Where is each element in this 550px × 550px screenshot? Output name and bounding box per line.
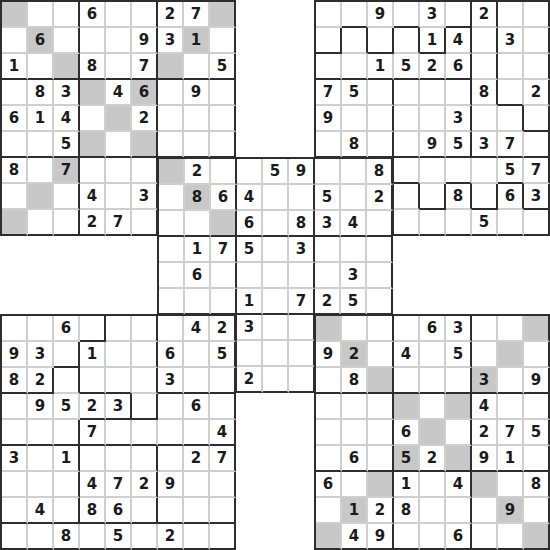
cell-top-right-r4c5-given-3[interactable]: 3 [446,106,472,132]
cell-center-r5c3-given-1[interactable]: 1 [237,289,263,315]
cell-bottom-left-r5c6-empty[interactable] [158,446,184,472]
cell-top-right-r1c7-given-3[interactable]: 3 [498,28,524,54]
cell-top-left-r2c6-empty[interactable] [158,54,184,80]
cell-bottom-left-r8c5-empty[interactable] [132,524,158,550]
cell-bottom-left-r2c8-empty[interactable] [210,368,236,394]
cell-bottom-left-r1c8-given-5[interactable]: 5 [210,342,236,368]
cell-bottom-right-r8c2-given-9[interactable]: 9 [368,524,394,550]
cell-bottom-right-r6c8-given-8[interactable]: 8 [524,472,550,498]
cell-top-right-r3c4-empty[interactable] [420,80,446,106]
cell-top-left-r4c3-empty[interactable] [80,106,106,132]
cell-center-r6c5-empty[interactable] [289,315,315,341]
cell-top-left-r4c1-given-1[interactable]: 1 [28,106,54,132]
cell-bottom-left-r5c7-given-2[interactable]: 2 [184,446,210,472]
cell-bottom-right-r2c8-given-9[interactable]: 9 [524,368,550,394]
cell-center-r8c3-given-2[interactable]: 2 [237,367,263,393]
cell-bottom-left-r2c0-given-8[interactable]: 8 [2,368,28,394]
cell-top-right-r2c0-empty[interactable] [316,54,342,80]
cell-bottom-right-r8c4-empty[interactable] [420,524,446,550]
cell-top-left-r6c4-empty[interactable] [106,158,132,184]
cell-bottom-right-r5c8-empty[interactable] [524,446,550,472]
cell-bottom-left-r4c2-empty[interactable] [54,420,80,446]
cell-bottom-left-r3c1-given-9[interactable]: 9 [28,394,54,420]
cell-top-right-r7c4-empty[interactable] [420,184,446,210]
cell-bottom-left-r4c6-empty[interactable] [158,420,184,446]
cell-top-right-r6c5-empty[interactable] [446,158,472,184]
cell-top-left-r8c3-given-2[interactable]: 2 [80,210,106,236]
cell-center-r1c6-given-5[interactable]: 5 [315,185,341,211]
cell-top-right-r5c1-given-8[interactable]: 8 [342,132,368,158]
cell-top-left-r6c3-empty[interactable] [80,158,106,184]
cell-top-right-r2c5-given-6[interactable]: 6 [446,54,472,80]
cell-center-r3c6-empty[interactable] [315,237,341,263]
cell-center-r0c2-empty[interactable] [211,159,237,185]
cell-bottom-left-r7c8-empty[interactable] [210,498,236,524]
cell-bottom-right-r4c4-empty[interactable] [420,420,446,446]
cell-top-left-r3c8-empty[interactable] [210,80,236,106]
cell-top-right-r4c4-empty[interactable] [420,106,446,132]
cell-top-right-r3c2-empty[interactable] [368,80,394,106]
cell-center-r2c0-empty[interactable] [159,211,185,237]
cell-bottom-right-r8c7-empty[interactable] [498,524,524,550]
cell-bottom-left-r8c1-empty[interactable] [28,524,54,550]
cell-top-left-r5c0-empty[interactable] [2,132,28,158]
cell-bottom-left-r2c4-empty[interactable] [106,368,132,394]
cell-center-r2c7-given-4[interactable]: 4 [341,211,367,237]
cell-bottom-right-r4c8-given-5[interactable]: 5 [524,420,550,446]
cell-center-r3c8-empty[interactable] [367,237,393,263]
cell-bottom-left-r1c7-empty[interactable] [184,342,210,368]
cell-bottom-left-r0c5-empty[interactable] [132,316,158,342]
cell-bottom-right-r6c0-given-6[interactable]: 6 [316,472,342,498]
cell-center-r1c1-given-8[interactable]: 8 [185,185,211,211]
cell-top-left-r7c0-empty[interactable] [2,184,28,210]
cell-center-r5c8-empty[interactable] [367,289,393,315]
cell-top-right-r5c0-empty[interactable] [316,132,342,158]
cell-top-right-r2c6-empty[interactable] [472,54,498,80]
cell-top-right-r2c8-empty[interactable] [524,54,550,80]
cell-bottom-left-r3c7-given-6[interactable]: 6 [184,394,210,420]
cell-top-left-r2c4-empty[interactable] [106,54,132,80]
cell-bottom-right-r2c4-empty[interactable] [420,368,446,394]
cell-center-r8c4-empty[interactable] [263,367,289,393]
cell-center-r3c5-given-3[interactable]: 3 [289,237,315,263]
cell-bottom-left-r0c6-empty[interactable] [158,316,184,342]
cell-center-r7c3-empty[interactable] [237,341,263,367]
cell-center-r4c4-empty[interactable] [263,263,289,289]
cell-bottom-right-r6c2-empty[interactable] [368,472,394,498]
cell-top-right-r1c1-empty[interactable] [342,28,368,54]
cell-top-left-r7c1-empty[interactable] [28,184,54,210]
cell-top-left-r6c2-given-7[interactable]: 7 [54,158,80,184]
cell-top-left-r7c4-empty[interactable] [106,184,132,210]
cell-top-right-r2c7-empty[interactable] [498,54,524,80]
cell-center-r5c2-empty[interactable] [211,289,237,315]
cell-top-right-r8c4-empty[interactable] [420,210,446,236]
cell-top-right-r6c3-empty[interactable] [394,158,420,184]
cell-center-r7c5-empty[interactable] [289,341,315,367]
cell-bottom-left-r8c2-given-8[interactable]: 8 [54,524,80,550]
cell-top-left-r1c2-empty[interactable] [54,28,80,54]
cell-center-r1c0-empty[interactable] [159,185,185,211]
cell-bottom-right-r4c1-empty[interactable] [342,420,368,446]
cell-bottom-right-r1c5-given-5[interactable]: 5 [446,342,472,368]
cell-top-left-r4c5-given-2[interactable]: 2 [132,106,158,132]
cell-center-r2c5-given-8[interactable]: 8 [289,211,315,237]
cell-bottom-left-r5c8-given-7[interactable]: 7 [210,446,236,472]
cell-center-r2c6-given-3[interactable]: 3 [315,211,341,237]
cell-top-right-r1c0-empty[interactable] [316,28,342,54]
cell-top-left-r0c4-empty[interactable] [106,2,132,28]
cell-bottom-right-r4c0-empty[interactable] [316,420,342,446]
cell-top-right-r0c4-given-3[interactable]: 3 [420,2,446,28]
cell-center-r5c0-empty[interactable] [159,289,185,315]
cell-bottom-left-r6c3-given-4[interactable]: 4 [80,472,106,498]
cell-top-left-r1c4-empty[interactable] [106,28,132,54]
cell-bottom-left-r3c3-given-2[interactable]: 2 [80,394,106,420]
cell-center-r5c5-given-7[interactable]: 7 [289,289,315,315]
cell-bottom-left-r7c3-given-8[interactable]: 8 [80,498,106,524]
cell-top-right-r4c3-empty[interactable] [394,106,420,132]
cell-top-right-r3c6-given-8[interactable]: 8 [472,80,498,106]
cell-bottom-right-r2c2-empty[interactable] [368,368,394,394]
cell-top-left-r3c0-empty[interactable] [2,80,28,106]
cell-top-right-r3c8-given-2[interactable]: 2 [524,80,550,106]
cell-bottom-left-r1c5-empty[interactable] [132,342,158,368]
cell-bottom-right-r8c5-given-6[interactable]: 6 [446,524,472,550]
cell-top-right-r4c2-empty[interactable] [368,106,394,132]
cell-bottom-right-r7c4-empty[interactable] [420,498,446,524]
cell-top-right-r0c3-empty[interactable] [394,2,420,28]
cell-bottom-right-r7c2-given-2[interactable]: 2 [368,498,394,524]
cell-bottom-right-r3c5-empty[interactable] [446,394,472,420]
cell-top-left-r5c4-empty[interactable] [106,132,132,158]
cell-top-left-r8c4-given-7[interactable]: 7 [106,210,132,236]
cell-bottom-right-r7c1-given-1[interactable]: 1 [342,498,368,524]
cell-center-r0c7-empty[interactable] [341,159,367,185]
cell-bottom-left-r0c4-empty[interactable] [106,316,132,342]
cell-top-right-r1c2-empty[interactable] [368,28,394,54]
cell-top-left-r0c6-given-2[interactable]: 2 [158,2,184,28]
cell-bottom-right-r5c5-empty[interactable] [446,446,472,472]
cell-bottom-left-r2c7-empty[interactable] [184,368,210,394]
cell-top-left-r4c8-empty[interactable] [210,106,236,132]
cell-top-left-r3c4-given-4[interactable]: 4 [106,80,132,106]
cell-bottom-right-r1c2-empty[interactable] [368,342,394,368]
cell-top-left-r5c1-empty[interactable] [28,132,54,158]
cell-bottom-left-r6c2-empty[interactable] [54,472,80,498]
cell-top-left-r2c2-empty[interactable] [54,54,80,80]
cell-bottom-left-r7c6-empty[interactable] [158,498,184,524]
cell-bottom-left-r7c4-given-6[interactable]: 6 [106,498,132,524]
cell-center-r4c5-empty[interactable] [289,263,315,289]
cell-top-right-r0c7-empty[interactable] [498,2,524,28]
cell-bottom-right-r6c5-given-4[interactable]: 4 [446,472,472,498]
cell-bottom-left-r0c1-empty[interactable] [28,316,54,342]
cell-bottom-left-r6c4-given-7[interactable]: 7 [106,472,132,498]
cell-top-left-r4c2-given-4[interactable]: 4 [54,106,80,132]
cell-top-right-r5c7-given-7[interactable]: 7 [498,132,524,158]
cell-top-right-r7c7-given-6[interactable]: 6 [498,184,524,210]
cell-bottom-left-r6c7-empty[interactable] [184,472,210,498]
cell-top-right-r4c6-empty[interactable] [472,106,498,132]
cell-center-r2c8-empty[interactable] [367,211,393,237]
cell-top-right-r5c8-empty[interactable] [524,132,550,158]
cell-top-right-r4c0-given-9[interactable]: 9 [316,106,342,132]
cell-bottom-left-r7c0-empty[interactable] [2,498,28,524]
cell-top-right-r5c4-given-9[interactable]: 9 [420,132,446,158]
cell-bottom-right-r4c5-empty[interactable] [446,420,472,446]
cell-bottom-left-r5c3-empty[interactable] [80,446,106,472]
cell-top-right-r6c4-empty[interactable] [420,158,446,184]
cell-bottom-right-r6c7-empty[interactable] [498,472,524,498]
cell-top-right-r7c5-given-8[interactable]: 8 [446,184,472,210]
cell-bottom-right-r3c3-empty[interactable] [394,394,420,420]
cell-center-r5c7-given-5[interactable]: 5 [341,289,367,315]
cell-top-left-r2c1-empty[interactable] [28,54,54,80]
cell-bottom-left-r8c4-given-5[interactable]: 5 [106,524,132,550]
cell-bottom-right-r8c0-empty[interactable] [316,524,342,550]
cell-top-left-r5c8-empty[interactable] [210,132,236,158]
cell-bottom-left-r4c0-empty[interactable] [2,420,28,446]
cell-bottom-right-r1c0-given-9[interactable]: 9 [316,342,342,368]
cell-bottom-left-r6c5-given-2[interactable]: 2 [132,472,158,498]
cell-bottom-right-r7c5-empty[interactable] [446,498,472,524]
cell-center-r1c7-empty[interactable] [341,185,367,211]
cell-top-right-r1c6-empty[interactable] [472,28,498,54]
cell-bottom-left-r2c1-given-2[interactable]: 2 [28,368,54,394]
cell-center-r4c1-given-6[interactable]: 6 [185,263,211,289]
cell-bottom-right-r2c7-empty[interactable] [498,368,524,394]
cell-bottom-left-r4c1-empty[interactable] [28,420,54,446]
cell-top-left-r5c7-empty[interactable] [184,132,210,158]
cell-bottom-left-r3c2-given-5[interactable]: 5 [54,394,80,420]
cell-bottom-right-r3c0-empty[interactable] [316,394,342,420]
cell-center-r3c1-given-1[interactable]: 1 [185,237,211,263]
cell-top-right-r6c8-given-7[interactable]: 7 [524,158,550,184]
cell-bottom-left-r3c0-empty[interactable] [2,394,28,420]
cell-top-right-r0c1-empty[interactable] [342,2,368,28]
cell-bottom-left-r8c3-empty[interactable] [80,524,106,550]
cell-bottom-right-r1c7-empty[interactable] [498,342,524,368]
cell-top-right-r0c0-empty[interactable] [316,2,342,28]
cell-top-left-r1c8-empty[interactable] [210,28,236,54]
cell-bottom-left-r4c8-given-4[interactable]: 4 [210,420,236,446]
cell-bottom-left-r5c4-empty[interactable] [106,446,132,472]
cell-top-left-r0c3-given-6[interactable]: 6 [80,2,106,28]
cell-center-r0c1-given-2[interactable]: 2 [185,159,211,185]
cell-bottom-left-r2c5-empty[interactable] [132,368,158,394]
cell-bottom-right-r1c6-empty[interactable] [472,342,498,368]
cell-bottom-left-r7c1-given-4[interactable]: 4 [28,498,54,524]
cell-top-right-r8c3-empty[interactable] [394,210,420,236]
cell-center-r1c5-empty[interactable] [289,185,315,211]
cell-top-left-r0c7-given-7[interactable]: 7 [184,2,210,28]
cell-top-right-r8c8-empty[interactable] [524,210,550,236]
cell-top-right-r5c3-empty[interactable] [394,132,420,158]
cell-bottom-left-r1c1-given-3[interactable]: 3 [28,342,54,368]
cell-top-left-r7c3-given-4[interactable]: 4 [80,184,106,210]
cell-top-left-r0c8-empty[interactable] [210,2,236,28]
cell-top-right-r0c8-empty[interactable] [524,2,550,28]
cell-bottom-right-r2c0-empty[interactable] [316,368,342,394]
cell-bottom-left-r4c7-empty[interactable] [184,420,210,446]
cell-bottom-left-r5c0-given-3[interactable]: 3 [2,446,28,472]
cell-bottom-right-r8c8-empty[interactable] [524,524,550,550]
cell-top-left-r1c1-given-6[interactable]: 6 [28,28,54,54]
cell-top-right-r1c5-given-4[interactable]: 4 [446,28,472,54]
cell-center-r4c0-empty[interactable] [159,263,185,289]
cell-top-left-r1c3-empty[interactable] [80,28,106,54]
cell-top-right-r2c1-empty[interactable] [342,54,368,80]
cell-top-right-r6c6-empty[interactable] [472,158,498,184]
cell-bottom-right-r0c4-given-6[interactable]: 6 [420,316,446,342]
cell-bottom-right-r3c8-empty[interactable] [524,394,550,420]
cell-bottom-right-r6c4-empty[interactable] [420,472,446,498]
cell-center-r3c7-empty[interactable] [341,237,367,263]
cell-bottom-right-r5c1-given-6[interactable]: 6 [342,446,368,472]
cell-bottom-right-r7c6-empty[interactable] [472,498,498,524]
cell-bottom-left-r0c7-given-4[interactable]: 4 [184,316,210,342]
cell-bottom-right-r8c6-empty[interactable] [472,524,498,550]
cell-top-right-r1c4-given-1[interactable]: 1 [420,28,446,54]
cell-top-left-r5c6-empty[interactable] [158,132,184,158]
cell-bottom-left-r8c7-empty[interactable] [184,524,210,550]
cell-bottom-right-r2c6-given-3[interactable]: 3 [472,368,498,394]
cell-top-left-r3c5-given-6[interactable]: 6 [132,80,158,106]
cell-top-left-r3c3-empty[interactable] [80,80,106,106]
cell-top-right-r5c2-empty[interactable] [368,132,394,158]
cell-bottom-left-r5c5-empty[interactable] [132,446,158,472]
cell-center-r2c4-empty[interactable] [263,211,289,237]
cell-bottom-right-r4c3-given-6[interactable]: 6 [394,420,420,446]
cell-top-right-r8c6-given-5[interactable]: 5 [472,210,498,236]
cell-bottom-left-r0c2-given-6[interactable]: 6 [54,316,80,342]
cell-bottom-left-r5c1-empty[interactable] [28,446,54,472]
cell-top-left-r0c5-empty[interactable] [132,2,158,28]
cell-bottom-left-r8c8-empty[interactable] [210,524,236,550]
cell-top-right-r4c1-empty[interactable] [342,106,368,132]
cell-top-left-r0c2-empty[interactable] [54,2,80,28]
cell-top-left-r8c5-empty[interactable] [132,210,158,236]
cell-top-left-r8c2-empty[interactable] [54,210,80,236]
cell-bottom-right-r0c2-empty[interactable] [368,316,394,342]
cell-top-right-r2c4-given-2[interactable]: 2 [420,54,446,80]
cell-top-right-r3c5-empty[interactable] [446,80,472,106]
cell-bottom-right-r7c3-given-8[interactable]: 8 [394,498,420,524]
cell-top-left-r6c0-given-8[interactable]: 8 [2,158,28,184]
cell-center-r0c8-given-8[interactable]: 8 [367,159,393,185]
cell-bottom-left-r2c6-given-3[interactable]: 3 [158,368,184,394]
cell-bottom-right-r2c3-empty[interactable] [394,368,420,394]
cell-center-r0c6-empty[interactable] [315,159,341,185]
cell-center-r5c6-given-2[interactable]: 2 [315,289,341,315]
cell-top-left-r1c0-empty[interactable] [2,28,28,54]
cell-bottom-right-r8c3-empty[interactable] [394,524,420,550]
cell-bottom-left-r3c8-empty[interactable] [210,394,236,420]
cell-bottom-right-r4c6-given-2[interactable]: 2 [472,420,498,446]
cell-top-left-r3c2-given-3[interactable]: 3 [54,80,80,106]
cell-center-r4c7-given-3[interactable]: 3 [341,263,367,289]
cell-center-r0c5-given-9[interactable]: 9 [289,159,315,185]
cell-center-r4c2-empty[interactable] [211,263,237,289]
cell-bottom-right-r3c4-empty[interactable] [420,394,446,420]
cell-bottom-right-r0c0-empty[interactable] [316,316,342,342]
cell-top-left-r7c5-given-3[interactable]: 3 [132,184,158,210]
cell-center-r3c3-given-5[interactable]: 5 [237,237,263,263]
cell-center-r0c0-empty[interactable] [159,159,185,185]
cell-bottom-left-r3c5-empty[interactable] [132,394,158,420]
cell-top-right-r1c3-empty[interactable] [394,28,420,54]
cell-center-r3c2-given-7[interactable]: 7 [211,237,237,263]
cell-top-left-r3c6-empty[interactable] [158,80,184,106]
cell-center-r0c3-empty[interactable] [237,159,263,185]
cell-bottom-right-r6c1-empty[interactable] [342,472,368,498]
cell-top-left-r4c0-given-6[interactable]: 6 [2,106,28,132]
cell-bottom-left-r6c8-empty[interactable] [210,472,236,498]
cell-bottom-right-r5c0-empty[interactable] [316,446,342,472]
cell-bottom-left-r0c3-empty[interactable] [80,316,106,342]
cell-bottom-left-r1c0-given-9[interactable]: 9 [2,342,28,368]
cell-bottom-right-r7c8-empty[interactable] [524,498,550,524]
cell-bottom-left-r7c5-empty[interactable] [132,498,158,524]
cell-bottom-right-r0c5-given-3[interactable]: 3 [446,316,472,342]
cell-top-right-r0c2-given-9[interactable]: 9 [368,2,394,28]
cell-top-right-r1c8-empty[interactable] [524,28,550,54]
cell-bottom-right-r5c7-given-1[interactable]: 1 [498,446,524,472]
cell-center-r4c3-empty[interactable] [237,263,263,289]
cell-bottom-left-r8c6-given-2[interactable]: 2 [158,524,184,550]
cell-bottom-right-r5c3-given-5[interactable]: 5 [394,446,420,472]
cell-center-r6c3-given-3[interactable]: 3 [237,315,263,341]
cell-top-right-r3c1-given-5[interactable]: 5 [342,80,368,106]
cell-bottom-right-r5c6-given-9[interactable]: 9 [472,446,498,472]
cell-top-right-r4c7-empty[interactable] [498,106,524,132]
cell-top-right-r6c7-given-5[interactable]: 5 [498,158,524,184]
cell-bottom-left-r6c1-empty[interactable] [28,472,54,498]
cell-top-right-r7c6-empty[interactable] [472,184,498,210]
cell-top-left-r5c3-empty[interactable] [80,132,106,158]
cell-top-left-r2c7-empty[interactable] [184,54,210,80]
cell-bottom-right-r3c2-empty[interactable] [368,394,394,420]
cell-bottom-left-r8c0-empty[interactable] [2,524,28,550]
cell-top-right-r3c3-empty[interactable] [394,80,420,106]
cell-top-left-r0c0-empty[interactable] [2,2,28,28]
cell-top-left-r1c5-given-9[interactable]: 9 [132,28,158,54]
cell-top-right-r5c6-given-3[interactable]: 3 [472,132,498,158]
cell-top-left-r0c1-empty[interactable] [28,2,54,28]
cell-top-right-r7c3-empty[interactable] [394,184,420,210]
cell-bottom-right-r0c3-empty[interactable] [394,316,420,342]
cell-top-right-r2c3-given-5[interactable]: 5 [394,54,420,80]
cell-top-right-r3c7-empty[interactable] [498,80,524,106]
cell-center-r5c4-empty[interactable] [263,289,289,315]
cell-bottom-right-r0c7-empty[interactable] [498,316,524,342]
cell-top-right-r0c6-given-2[interactable]: 2 [472,2,498,28]
cell-bottom-left-r0c0-empty[interactable] [2,316,28,342]
cell-top-right-r7c8-given-3[interactable]: 3 [524,184,550,210]
cell-bottom-left-r2c3-empty[interactable] [80,368,106,394]
cell-center-r1c4-empty[interactable] [263,185,289,211]
cell-bottom-left-r2c2-empty[interactable] [54,368,80,394]
cell-bottom-right-r1c1-given-2[interactable]: 2 [342,342,368,368]
cell-bottom-left-r4c5-empty[interactable] [132,420,158,446]
cell-bottom-left-r0c8-given-2[interactable]: 2 [210,316,236,342]
cell-bottom-left-r1c4-empty[interactable] [106,342,132,368]
cell-bottom-left-r1c6-given-6[interactable]: 6 [158,342,184,368]
cell-bottom-right-r8c1-given-4[interactable]: 4 [342,524,368,550]
cell-top-left-r2c3-given-8[interactable]: 8 [80,54,106,80]
